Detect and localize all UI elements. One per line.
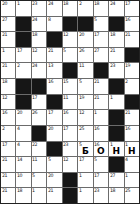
- cell-code-number: 20: [2, 1, 7, 6]
- cell-r2c6[interactable]: 17: [94, 32, 108, 47]
- cell-code-number: 21: [125, 110, 130, 115]
- cell-r2c8[interactable]: 21: [125, 32, 139, 47]
- cell-r3c2[interactable]: 12: [32, 48, 46, 63]
- cell-code-number: 26: [32, 110, 37, 115]
- cell-code-number: 27: [94, 48, 99, 53]
- black-cell-r11c4: [63, 173, 77, 188]
- cell-r1c2[interactable]: 24: [32, 17, 46, 32]
- black-cell-r12c4: [63, 188, 77, 203]
- cell-r9c5[interactable]: 5Б: [78, 142, 92, 157]
- black-cell-r6c8: [125, 95, 139, 110]
- cell-code-number: 20: [48, 173, 53, 178]
- cell-code-number: 1: [17, 1, 20, 6]
- cell-r4c0[interactable]: 21: [1, 63, 15, 78]
- cell-r5c4[interactable]: 15: [63, 79, 77, 94]
- cell-r10c6[interactable]: 5: [94, 157, 108, 172]
- cell-code-number: 25: [79, 126, 84, 131]
- cell-r10c8[interactable]: 4: [125, 157, 139, 172]
- cell-code-number: 16: [2, 110, 7, 115]
- cell-r10c3[interactable]: 5: [47, 157, 61, 172]
- cell-r7c4[interactable]: 16: [63, 110, 77, 125]
- cell-code-number: 12: [63, 157, 68, 162]
- cell-code-number: 4: [17, 142, 20, 147]
- cell-code-number: 17: [17, 48, 22, 53]
- cell-code-number: 25: [125, 188, 130, 193]
- cell-r12c2[interactable]: 1: [32, 188, 46, 203]
- cell-code-number: 12: [79, 110, 84, 115]
- cell-code-number: 1: [110, 95, 113, 100]
- cell-code-number: 1: [125, 173, 128, 178]
- black-cell-r5c2: [32, 79, 46, 94]
- cell-letter: Б: [78, 146, 92, 157]
- cell-r5c0[interactable]: 18: [1, 79, 15, 94]
- cell-r8c6[interactable]: 16: [94, 126, 108, 141]
- cell-r1c6[interactable]: 5: [94, 17, 108, 32]
- cell-r12c0[interactable]: 21: [1, 188, 15, 203]
- cell-r3c0[interactable]: 1: [1, 48, 15, 63]
- cell-code-number: 18: [17, 188, 22, 193]
- cell-r11c5[interactable]: 1: [78, 173, 92, 188]
- cell-r6c0[interactable]: 12: [1, 95, 15, 110]
- black-cell-r7c7: [109, 110, 123, 125]
- cell-code-number: 18: [110, 188, 115, 193]
- cell-r12c1[interactable]: 18: [16, 188, 30, 203]
- cell-code-number: 18: [32, 32, 37, 37]
- cell-code-number: 21: [94, 95, 99, 100]
- cell-code-number: 21: [2, 32, 7, 37]
- cell-r1c0[interactable]: 27: [1, 17, 15, 32]
- cell-code-number: 21: [2, 188, 7, 193]
- cell-r8c0[interactable]: 2: [1, 126, 15, 141]
- cell-code-number: 18: [63, 1, 68, 6]
- cell-code-number: 20: [17, 110, 22, 115]
- cell-code-number: 16: [125, 126, 130, 131]
- cell-r0c4[interactable]: 18: [63, 1, 77, 16]
- cell-code-number: 4: [125, 157, 128, 162]
- cell-code-number: 1: [79, 188, 82, 193]
- cell-code-number: 18: [94, 1, 99, 6]
- cell-r7c5[interactable]: 12: [78, 110, 92, 125]
- cell-r12c7[interactable]: 18: [109, 188, 123, 203]
- cell-r11c2[interactable]: 5: [32, 173, 46, 188]
- cell-r4c3[interactable]: 13: [47, 63, 61, 78]
- cell-r12c3[interactable]: 21: [47, 188, 61, 203]
- cell-r8c8[interactable]: 16: [125, 126, 139, 141]
- black-cell-r5c1: [16, 79, 30, 94]
- cell-code-number: 1: [79, 173, 82, 178]
- cell-r4c8[interactable]: 19: [125, 63, 139, 78]
- cell-r3c4[interactable]: 5: [63, 48, 77, 63]
- cell-r9c1[interactable]: 4: [16, 142, 30, 157]
- cell-r2c5[interactable]: 20: [78, 32, 92, 47]
- cell-code-number: 23: [63, 142, 68, 147]
- cell-r3c1[interactable]: 17: [16, 48, 30, 63]
- cell-code-number: 17: [48, 110, 53, 115]
- cell-r0c1[interactable]: 1: [16, 1, 30, 16]
- cell-r2c2[interactable]: 18: [32, 32, 46, 47]
- cell-code-number: 12: [2, 95, 7, 100]
- cell-r9c4[interactable]: 23: [63, 142, 77, 157]
- cell-r6c4[interactable]: 11: [63, 95, 77, 110]
- cell-r0c6[interactable]: 18: [94, 1, 108, 16]
- black-cell-r4c4: [63, 63, 77, 78]
- cell-code-number: 17: [125, 1, 130, 6]
- cell-code-number: 2: [17, 63, 20, 68]
- cell-code-number: 21: [48, 48, 53, 53]
- cell-code-number: 16: [48, 79, 53, 84]
- cell-code-number: 24: [32, 17, 37, 22]
- cell-r5c6[interactable]: 21: [94, 79, 108, 94]
- cell-code-number: 21: [125, 32, 130, 37]
- cell-r0c7[interactable]: 24: [109, 1, 123, 16]
- cell-r10c1[interactable]: 14: [16, 157, 30, 172]
- cell-code-number: 17: [32, 95, 37, 100]
- cell-code-number: 2: [125, 79, 128, 84]
- cell-r10c2[interactable]: 11: [32, 157, 46, 172]
- cell-code-number: 23: [110, 63, 115, 68]
- cell-r10c5[interactable]: 17: [78, 157, 92, 172]
- cell-r8c1[interactable]: 4: [16, 126, 30, 141]
- cell-code-number: 24: [48, 1, 53, 6]
- cell-code-number: 2: [79, 1, 82, 6]
- cell-r12c6[interactable]: 23: [94, 188, 108, 203]
- cell-letter: О: [94, 146, 108, 157]
- cell-r6c7[interactable]: 1: [109, 95, 123, 110]
- black-cell-r8c7: [109, 126, 123, 141]
- cell-r4c1[interactable]: 2: [16, 63, 30, 78]
- cell-r5c5[interactable]: 5: [78, 79, 92, 94]
- cell-r7c3[interactable]: 17: [47, 110, 61, 125]
- cell-r6c6[interactable]: 21: [94, 95, 108, 110]
- cell-code-number: 11: [79, 63, 84, 68]
- black-cell-r1c1: [16, 17, 30, 32]
- cell-r1c8[interactable]: 16: [125, 17, 139, 32]
- cell-code-number: 21: [2, 157, 7, 162]
- cell-r0c2[interactable]: 23: [32, 1, 46, 16]
- cell-code-number: 24: [110, 1, 115, 6]
- black-cell-r10c7: [109, 157, 123, 172]
- cell-code-number: 1: [94, 110, 97, 115]
- black-cell-r3c8: [125, 48, 139, 63]
- cell-r2c0[interactable]: 21: [1, 32, 15, 47]
- cell-code-number: 2: [2, 126, 5, 131]
- cell-letter: Н: [109, 146, 123, 157]
- cell-code-number: 15: [63, 79, 68, 84]
- cell-r4c2[interactable]: 24: [32, 63, 46, 78]
- cell-code-number: 20: [48, 126, 53, 131]
- cell-r5c3[interactable]: 16: [47, 79, 61, 94]
- cell-code-number: 17: [79, 157, 84, 162]
- cell-r11c0[interactable]: 21: [1, 173, 15, 188]
- cell-code-number: 20: [79, 32, 84, 37]
- cell-code-number: 26: [79, 48, 84, 53]
- black-cell-r2c1: [16, 32, 30, 47]
- black-cell-r1c5: [78, 17, 92, 32]
- cell-code-number: 5: [48, 157, 51, 162]
- cell-r9c7[interactable]: 1Н: [109, 142, 123, 157]
- cell-code-number: 18: [2, 79, 7, 84]
- cell-code-number: 13: [48, 63, 53, 68]
- cell-r11c8[interactable]: 1: [125, 173, 139, 188]
- cell-code-number: 12: [63, 32, 68, 37]
- cell-code-number: 16: [125, 17, 130, 22]
- cell-code-number: 21: [94, 79, 99, 84]
- cell-r5c8[interactable]: 2: [125, 79, 139, 94]
- cell-code-number: 5: [94, 17, 97, 22]
- cell-code-number: 24: [32, 63, 37, 68]
- cell-r6c2[interactable]: 17: [32, 95, 46, 110]
- cell-r11c1[interactable]: 10: [16, 173, 30, 188]
- cell-r0c8[interactable]: 17: [125, 1, 139, 16]
- cell-code-number: 21: [48, 188, 53, 193]
- cell-r2c7[interactable]: 18: [109, 32, 123, 47]
- cell-code-number: 1: [2, 48, 5, 53]
- black-cell-r6c3: [47, 95, 61, 110]
- cell-r4c7[interactable]: 23: [109, 63, 123, 78]
- cell-code-number: 17: [94, 173, 99, 178]
- cell-r0c0[interactable]: 20: [1, 1, 15, 16]
- cell-code-number: 19: [79, 95, 84, 100]
- cell-code-number: 17: [2, 142, 7, 147]
- cell-code-number: 8: [48, 17, 51, 22]
- cell-r1c3[interactable]: 8: [47, 17, 61, 32]
- cell-code-number: 5: [63, 48, 66, 53]
- cell-r3c3[interactable]: 21: [47, 48, 61, 63]
- codeword-grid: 2012324182182417272485162118122017182111…: [0, 0, 140, 204]
- cell-r8c4[interactable]: 17: [63, 126, 77, 141]
- black-cell-r9c3: [47, 142, 61, 157]
- cell-r7c1[interactable]: 20: [16, 110, 30, 125]
- cell-r3c7[interactable]: 21: [109, 48, 123, 63]
- cell-r9c2[interactable]: 22: [32, 142, 46, 157]
- cell-code-number: 27: [2, 17, 7, 22]
- cell-r12c8[interactable]: 25: [125, 188, 139, 203]
- cell-r7c2[interactable]: 26: [32, 110, 46, 125]
- cell-r7c0[interactable]: 16: [1, 110, 15, 125]
- cell-code-number: 21: [110, 48, 115, 53]
- black-cell-r2c3: [47, 32, 61, 47]
- cell-code-number: 18: [110, 32, 115, 37]
- cell-code-number: 23: [32, 1, 37, 6]
- cell-code-number: 12: [32, 48, 37, 53]
- black-cell-r4c6: [94, 63, 108, 78]
- cell-code-number: 19: [125, 63, 130, 68]
- cell-code-number: 5: [79, 79, 82, 84]
- cell-code-number: 22: [32, 142, 37, 147]
- cell-code-number: 21: [2, 63, 7, 68]
- cell-r8c5[interactable]: 25: [78, 126, 92, 141]
- cell-r6c5[interactable]: 19: [78, 95, 92, 110]
- black-cell-r8c2: [32, 126, 46, 141]
- cell-r0c5[interactable]: 2: [78, 1, 92, 16]
- cell-letter: Н: [125, 146, 139, 157]
- cell-code-number: 17: [63, 126, 68, 131]
- cell-code-number: 11: [32, 157, 37, 162]
- cell-r11c7[interactable]: 27: [109, 173, 123, 188]
- cell-code-number: 17: [94, 32, 99, 37]
- cell-r11c6[interactable]: 17: [94, 173, 108, 188]
- cell-r2c4[interactable]: 12: [63, 32, 77, 47]
- black-cell-r5c7: [109, 79, 123, 94]
- cell-r8c3[interactable]: 20: [47, 126, 61, 141]
- cell-code-number: 11: [63, 95, 68, 100]
- cell-r3c6[interactable]: 27: [94, 48, 108, 63]
- cell-code-number: 21: [2, 173, 7, 178]
- cell-code-number: 5: [32, 173, 35, 178]
- cell-code-number: 14: [17, 157, 22, 162]
- cell-r9c0[interactable]: 17: [1, 142, 15, 157]
- cell-r4c5[interactable]: 11: [78, 63, 92, 78]
- cell-code-number: 23: [94, 188, 99, 193]
- cell-r9c8[interactable]: 1Н: [125, 142, 139, 157]
- cell-code-number: 27: [110, 173, 115, 178]
- cell-code-number: 1: [32, 188, 35, 193]
- black-cell-r1c4: [63, 17, 77, 32]
- black-cell-r6c1: [16, 95, 30, 110]
- cell-r12c5[interactable]: 1: [78, 188, 92, 203]
- cell-r7c8[interactable]: 21: [125, 110, 139, 125]
- cell-r3c5[interactable]: 26: [78, 48, 92, 63]
- cell-r11c3[interactable]: 20: [47, 173, 61, 188]
- cell-code-number: 16: [94, 126, 99, 131]
- cell-r7c6[interactable]: 1: [94, 110, 108, 125]
- cell-code-number: 5: [94, 157, 97, 162]
- cell-code-number: 10: [17, 173, 22, 178]
- cell-r0c3[interactable]: 24: [47, 1, 61, 16]
- cell-r9c6[interactable]: 16О: [94, 142, 108, 157]
- cell-r10c4[interactable]: 12: [63, 157, 77, 172]
- black-cell-r1c7: [109, 17, 123, 32]
- cell-code-number: 16: [63, 110, 68, 115]
- cell-r10c0[interactable]: 21: [1, 157, 15, 172]
- cell-code-number: 4: [17, 126, 20, 131]
